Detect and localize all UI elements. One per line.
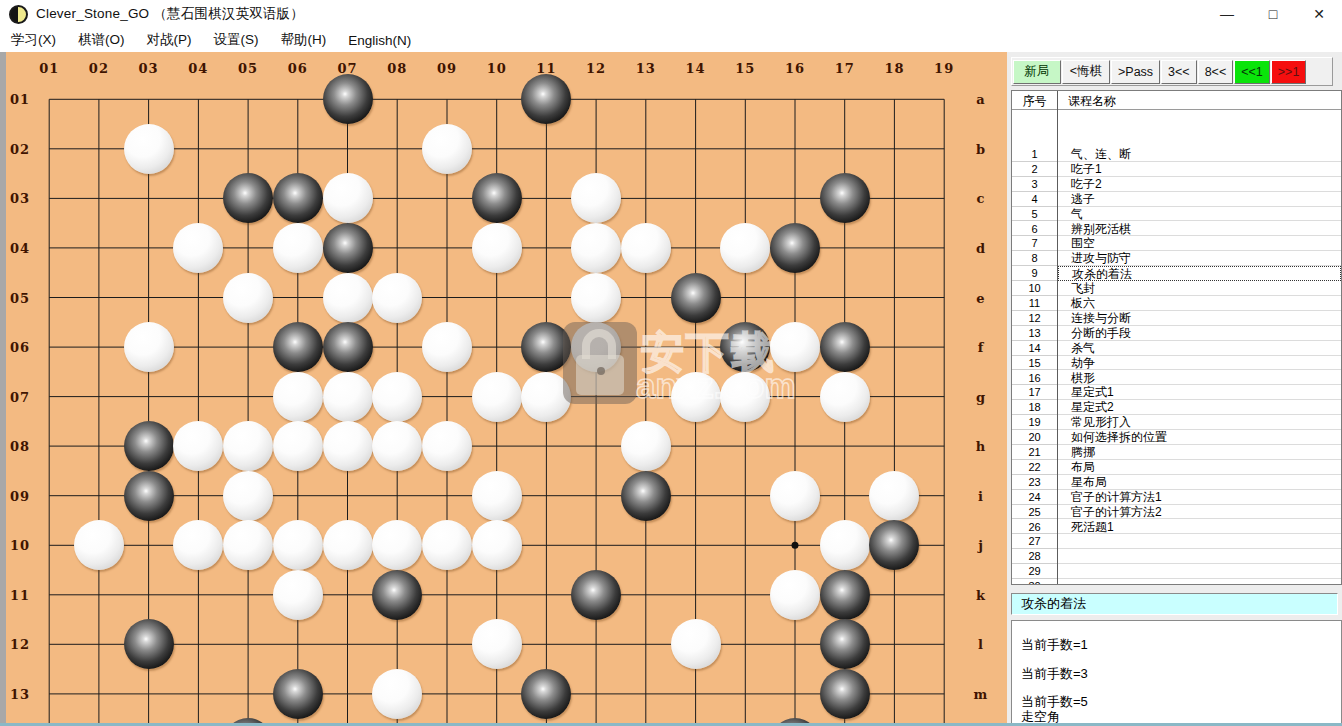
lesson-row-2[interactable]: 2吃子1 <box>1012 162 1341 177</box>
stone-black-6-6[interactable] <box>273 322 323 372</box>
toolbar: 新局<悔棋>Pass3<<8<<<<1>>1 <box>1011 57 1333 86</box>
left-coord-05: 05 <box>10 290 30 305</box>
lesson-no: 19 <box>1012 415 1057 430</box>
stone-white-14-12[interactable] <box>671 619 721 669</box>
lesson-row-23[interactable]: 23星布局 <box>1012 475 1341 490</box>
lesson-name: 连接与分断 <box>1058 311 1341 326</box>
toolbar-button-1[interactable]: 新局 <box>1013 60 1061 84</box>
stone-white-3-6[interactable] <box>124 322 174 372</box>
app-logo-icon <box>9 5 28 24</box>
stone-black-12-11[interactable] <box>571 570 621 620</box>
stone-black-16-4[interactable] <box>770 223 820 273</box>
title-bar: Clever_Stone_GO （慧石围棋汉英双语版） — □ ✕ <box>0 0 1342 28</box>
right-coord-d: d <box>976 240 986 255</box>
lesson-row-26[interactable]: 26死活题1 <box>1012 520 1341 535</box>
lesson-no: 16 <box>1012 371 1057 386</box>
stone-black-10-3[interactable] <box>472 173 522 223</box>
stone-black-3-12[interactable] <box>124 619 174 669</box>
top-coord-06: 06 <box>288 61 308 76</box>
column-header-name: 课程名称 <box>1068 93 1116 110</box>
lesson-name: 板六 <box>1058 296 1341 311</box>
lesson-name: 星布局 <box>1058 475 1341 490</box>
toolbar-button-4[interactable]: 3<< <box>1161 60 1197 84</box>
lesson-panel: 新局<悔棋>Pass3<<8<<<<1>>1 序号 课程名称 1气、连、断2吃子… <box>1007 52 1342 726</box>
stone-white-5-5[interactable] <box>223 273 273 323</box>
lesson-no: 13 <box>1012 326 1057 341</box>
window-controls: — □ ✕ <box>1204 0 1342 28</box>
lesson-name: 气、连、断 <box>1058 147 1341 162</box>
lesson-name: 杀气 <box>1058 341 1341 356</box>
lesson-name: 如何选择拆的位置 <box>1058 430 1341 445</box>
lesson-no: 22 <box>1012 460 1057 475</box>
top-coord-18: 18 <box>884 61 904 76</box>
right-coord-m: m <box>974 686 989 701</box>
top-coord-15: 15 <box>735 61 755 76</box>
stone-white-15-4[interactable] <box>720 223 770 273</box>
stone-white-10-12[interactable] <box>472 619 522 669</box>
right-coord-c: c <box>977 191 986 206</box>
table-column-divider <box>1057 91 1058 585</box>
lesson-row-7[interactable]: 7围空 <box>1012 236 1341 251</box>
lesson-no: 15 <box>1012 356 1057 371</box>
top-coord-09: 09 <box>437 61 457 76</box>
lesson-row-15[interactable]: 15劫争 <box>1012 356 1341 371</box>
right-coord-i: i <box>978 488 984 503</box>
stone-black-11-13[interactable] <box>521 669 571 719</box>
menu-item-4[interactable]: 设置(S) <box>203 28 270 52</box>
stone-white-17-7[interactable] <box>820 372 870 422</box>
stone-black-17-3[interactable] <box>820 173 870 223</box>
left-coord-13: 13 <box>10 686 30 701</box>
lesson-row-13[interactable]: 13分断的手段 <box>1012 326 1341 341</box>
left-coord-04: 04 <box>10 240 30 255</box>
lesson-name: 官子的计算方法2 <box>1058 505 1341 520</box>
lesson-row-19[interactable]: 19常见形打入 <box>1012 415 1341 430</box>
stone-white-9-6[interactable] <box>422 322 472 372</box>
lesson-no: 24 <box>1012 490 1057 505</box>
top-coord-07: 07 <box>337 61 357 76</box>
lesson-row-3[interactable]: 3吃子2 <box>1012 177 1341 192</box>
lesson-row-5[interactable]: 5气 <box>1012 207 1341 222</box>
stone-white-9-10[interactable] <box>422 520 472 570</box>
lesson-name: 星定式1 <box>1058 385 1341 400</box>
stone-white-6-10[interactable] <box>273 520 323 570</box>
stone-black-6-3[interactable] <box>273 173 323 223</box>
right-coord-l: l <box>978 637 984 652</box>
lesson-name: 常见形打入 <box>1058 415 1341 430</box>
stone-white-6-4[interactable] <box>273 223 323 273</box>
lesson-row-11[interactable]: 11板六 <box>1012 296 1341 311</box>
window-title: Clever_Stone_GO （慧石围棋汉英双语版） <box>36 5 304 23</box>
left-coord-12: 12 <box>10 637 30 652</box>
stone-black-7-4[interactable] <box>323 223 373 273</box>
stone-white-7-7[interactable] <box>323 372 373 422</box>
toolbar-button-3[interactable]: >Pass <box>1111 60 1160 84</box>
stone-black-14-5[interactable] <box>671 273 721 323</box>
stone-white-12-4[interactable] <box>571 223 621 273</box>
lesson-row-20[interactable]: 20如何选择拆的位置 <box>1012 430 1341 445</box>
lesson-table: 序号 课程名称 1气、连、断2吃子13吃子24逃子5气6辨别死活棋7围空8进攻与… <box>1011 90 1342 585</box>
stone-black-17-6[interactable] <box>820 322 870 372</box>
top-coord-10: 10 <box>487 61 507 76</box>
message-box: 当前手数=1当前手数=3当前手数=5走空角 <box>1011 620 1342 726</box>
right-coord-h: h <box>976 439 986 454</box>
app-window: Clever_Stone_GO （慧石围棋汉英双语版） — □ ✕ 学习(X)棋… <box>0 0 1342 726</box>
stone-black-17-11[interactable] <box>820 570 870 620</box>
lesson-name <box>1058 549 1341 564</box>
lesson-row-25[interactable]: 25官子的计算方法2 <box>1012 505 1341 520</box>
hoshi-point <box>792 542 799 549</box>
lesson-row-17[interactable]: 17星定式1 <box>1012 385 1341 400</box>
current-lesson-title: 攻杀的着法 <box>1011 593 1338 615</box>
top-coord-04: 04 <box>188 61 208 76</box>
toolbar-button-2[interactable]: <悔棋 <box>1062 60 1110 84</box>
lesson-no: 26 <box>1012 520 1057 535</box>
left-coord-07: 07 <box>10 389 30 404</box>
lesson-no: 14 <box>1012 341 1057 356</box>
window-left-edge <box>0 52 6 726</box>
lesson-name <box>1058 564 1341 579</box>
lesson-row-8[interactable]: 8进攻与防守 <box>1012 251 1341 266</box>
lesson-no: 7 <box>1012 236 1057 251</box>
lesson-row-6[interactable]: 6辨别死活棋 <box>1012 222 1341 237</box>
lesson-row-1[interactable]: 1气、连、断 <box>1012 147 1341 162</box>
lesson-no: 2 <box>1012 162 1057 177</box>
right-coord-f: f <box>978 340 985 355</box>
lesson-no: 3 <box>1012 177 1057 192</box>
lesson-row-24[interactable]: 24官子的计算方法1 <box>1012 490 1341 505</box>
stone-white-13-8[interactable] <box>621 421 671 471</box>
lesson-name <box>1058 579 1341 585</box>
stone-white-7-5[interactable] <box>323 273 373 323</box>
lesson-name: 吃子2 <box>1058 177 1341 192</box>
stone-black-13-9[interactable] <box>621 471 671 521</box>
stone-white-3-2[interactable] <box>124 124 174 174</box>
toolbar-button-7[interactable]: >>1 <box>1271 60 1307 84</box>
lesson-row-29[interactable]: 29 <box>1012 564 1341 579</box>
stone-black-6-13[interactable] <box>273 669 323 719</box>
column-header-no: 序号 <box>1012 93 1057 110</box>
stone-black-3-9[interactable] <box>124 471 174 521</box>
lesson-name: 吃子1 <box>1058 162 1341 177</box>
stone-white-8-7[interactable] <box>372 372 422 422</box>
left-coord-11: 11 <box>10 587 30 602</box>
lesson-no: 25 <box>1012 505 1057 520</box>
stone-white-16-11[interactable] <box>770 570 820 620</box>
lesson-name: 星定式2 <box>1058 400 1341 415</box>
lesson-name: 布局 <box>1058 460 1341 475</box>
top-coord-17: 17 <box>835 61 855 76</box>
lesson-no: 20 <box>1012 430 1057 445</box>
lesson-no: 28 <box>1012 549 1057 564</box>
lesson-no: 9 <box>1012 266 1057 281</box>
lesson-no: 6 <box>1012 222 1057 237</box>
stone-black-7-1[interactable] <box>323 74 373 124</box>
left-coord-10: 10 <box>10 538 30 553</box>
lesson-no: 18 <box>1012 400 1057 415</box>
stone-white-18-9[interactable] <box>869 471 919 521</box>
top-coord-01: 01 <box>39 61 59 76</box>
lesson-name: 攻杀的着法 <box>1058 266 1341 281</box>
stone-white-6-8[interactable] <box>273 421 323 471</box>
lesson-no: 1 <box>1012 147 1057 162</box>
lesson-no: 8 <box>1012 251 1057 266</box>
stone-white-10-9[interactable] <box>472 471 522 521</box>
menu-item-6[interactable]: English(N) <box>337 28 422 52</box>
lesson-name: 棋形 <box>1058 371 1341 386</box>
stone-white-4-4[interactable] <box>173 223 223 273</box>
lesson-no: 12 <box>1012 311 1057 326</box>
top-coord-16: 16 <box>785 61 805 76</box>
message-line-2: 当前手数=3 <box>1021 665 1088 683</box>
message-line-1: 当前手数=1 <box>1021 636 1088 654</box>
lesson-row-10[interactable]: 10飞封 <box>1012 281 1341 296</box>
left-coord-08: 08 <box>10 439 30 454</box>
stone-white-8-8[interactable] <box>372 421 422 471</box>
top-coord-05: 05 <box>238 61 258 76</box>
stone-white-5-9[interactable] <box>223 471 273 521</box>
stone-black-3-8[interactable] <box>124 421 174 471</box>
right-coord-e: e <box>976 290 985 305</box>
lesson-name <box>1058 534 1341 549</box>
lesson-name: 劫争 <box>1058 356 1341 371</box>
right-coord-k: k <box>976 587 986 602</box>
stone-white-8-5[interactable] <box>372 273 422 323</box>
lesson-name: 辨别死活棋 <box>1058 222 1341 237</box>
top-coord-02: 02 <box>89 61 109 76</box>
menu-item-1[interactable]: 学习(X) <box>0 28 67 52</box>
lesson-name: 死活题1 <box>1058 520 1341 535</box>
stone-white-12-5[interactable] <box>571 273 621 323</box>
left-coord-06: 06 <box>10 340 30 355</box>
lesson-name: 分断的手段 <box>1058 326 1341 341</box>
right-coord-g: g <box>976 389 986 404</box>
lesson-row-12[interactable]: 12连接与分断 <box>1012 311 1341 326</box>
lesson-row-28[interactable]: 28 <box>1012 549 1341 564</box>
left-coord-01: 01 <box>10 92 30 107</box>
stone-white-7-3[interactable] <box>323 173 373 223</box>
lesson-name: 围空 <box>1058 236 1341 251</box>
watermark-lock-icon <box>563 322 637 404</box>
watermark-en-text: anxz.com <box>636 366 796 406</box>
stone-white-9-2[interactable] <box>422 124 472 174</box>
left-coord-09: 09 <box>10 488 30 503</box>
menu-item-2[interactable]: 棋谱(O) <box>67 28 136 52</box>
stone-white-10-7[interactable] <box>472 372 522 422</box>
stone-white-7-10[interactable] <box>323 520 373 570</box>
top-coord-11: 11 <box>536 61 556 76</box>
top-coord-12: 12 <box>586 61 606 76</box>
stone-white-16-6[interactable] <box>770 322 820 372</box>
stone-white-9-8[interactable] <box>422 421 472 471</box>
close-button[interactable]: ✕ <box>1296 0 1342 28</box>
right-coord-j: j <box>978 538 984 553</box>
lesson-name: 官子的计算方法1 <box>1058 490 1341 505</box>
lesson-row-27[interactable]: 27 <box>1012 534 1341 549</box>
menu-item-5[interactable]: 帮助(H) <box>270 28 338 52</box>
lesson-no: 10 <box>1012 281 1057 296</box>
menu-item-3[interactable]: 对战(P) <box>136 28 203 52</box>
top-coord-13: 13 <box>636 61 656 76</box>
stone-black-7-6[interactable] <box>323 322 373 372</box>
lesson-no: 23 <box>1012 475 1057 490</box>
top-coord-08: 08 <box>387 61 407 76</box>
lesson-no: 5 <box>1012 207 1057 222</box>
maximize-button[interactable]: □ <box>1250 0 1296 28</box>
lesson-name: 气 <box>1058 207 1341 222</box>
right-coord-b: b <box>976 141 986 156</box>
lesson-row-16[interactable]: 16棋形 <box>1012 371 1341 386</box>
top-coord-03: 03 <box>139 61 159 76</box>
go-board[interactable]: 0102030405060708091011121314151617181901… <box>0 52 1008 726</box>
lesson-row-14[interactable]: 14杀气 <box>1012 341 1341 356</box>
left-coord-02: 02 <box>10 141 30 156</box>
minimize-button[interactable]: — <box>1204 0 1250 28</box>
stone-white-2-10[interactable] <box>74 520 124 570</box>
stone-black-17-13[interactable] <box>820 669 870 719</box>
toolbar-button-5[interactable]: 8<< <box>1198 60 1234 84</box>
right-coord-a: a <box>976 92 985 107</box>
lesson-name: 逃子 <box>1058 192 1341 207</box>
stone-black-8-11[interactable] <box>372 570 422 620</box>
toolbar-button-6[interactable]: <<1 <box>1234 60 1270 84</box>
lesson-no: 21 <box>1012 445 1057 460</box>
lesson-row-21[interactable]: 21腾挪 <box>1012 445 1341 460</box>
lesson-row-18[interactable]: 18星定式2 <box>1012 400 1341 415</box>
lesson-name: 飞封 <box>1058 281 1341 296</box>
stone-black-17-12[interactable] <box>820 619 870 669</box>
lesson-row-30[interactable]: 30 <box>1012 579 1341 585</box>
top-coord-19: 19 <box>934 61 954 76</box>
lesson-no: 11 <box>1012 296 1057 311</box>
stone-white-8-13[interactable] <box>372 669 422 719</box>
lesson-no: 30 <box>1012 579 1057 585</box>
left-coord-03: 03 <box>10 191 30 206</box>
top-coord-14: 14 <box>686 61 706 76</box>
lesson-no: 27 <box>1012 534 1057 549</box>
lesson-row-22[interactable]: 22布局 <box>1012 460 1341 475</box>
stone-white-5-8[interactable] <box>223 421 273 471</box>
lesson-table-header: 序号 课程名称 <box>1012 91 1341 110</box>
stone-white-17-10[interactable] <box>820 520 870 570</box>
lesson-no: 17 <box>1012 385 1057 400</box>
lesson-name: 腾挪 <box>1058 445 1341 460</box>
lesson-name: 进攻与防守 <box>1058 251 1341 266</box>
stone-white-6-11[interactable] <box>273 570 323 620</box>
stone-white-13-4[interactable] <box>621 223 671 273</box>
lesson-row-9[interactable]: 9攻杀的着法 <box>1012 266 1341 281</box>
stone-white-10-10[interactable] <box>472 520 522 570</box>
stone-white-16-9[interactable] <box>770 471 820 521</box>
menu-bar: 学习(X)棋谱(O)对战(P)设置(S)帮助(H)English(N) <box>0 28 1342 52</box>
lesson-no: 4 <box>1012 192 1057 207</box>
stone-white-10-4[interactable] <box>472 223 522 273</box>
stone-white-6-7[interactable] <box>273 372 323 422</box>
lesson-row-4[interactable]: 4逃子 <box>1012 192 1341 207</box>
lesson-no: 29 <box>1012 564 1057 579</box>
stone-white-7-8[interactable] <box>323 421 373 471</box>
